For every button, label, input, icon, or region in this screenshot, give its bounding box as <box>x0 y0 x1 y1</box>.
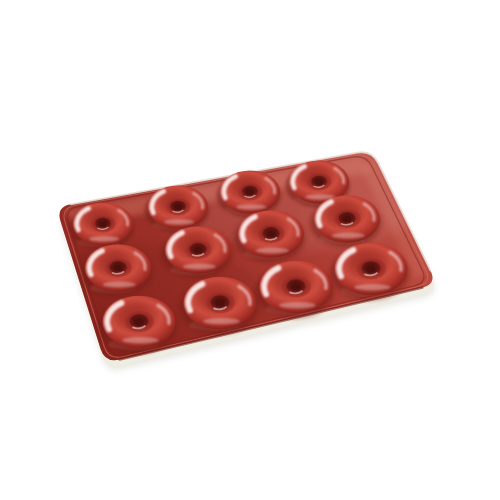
product-image-canvas <box>0 0 500 500</box>
donut-pan-photo <box>0 0 500 500</box>
